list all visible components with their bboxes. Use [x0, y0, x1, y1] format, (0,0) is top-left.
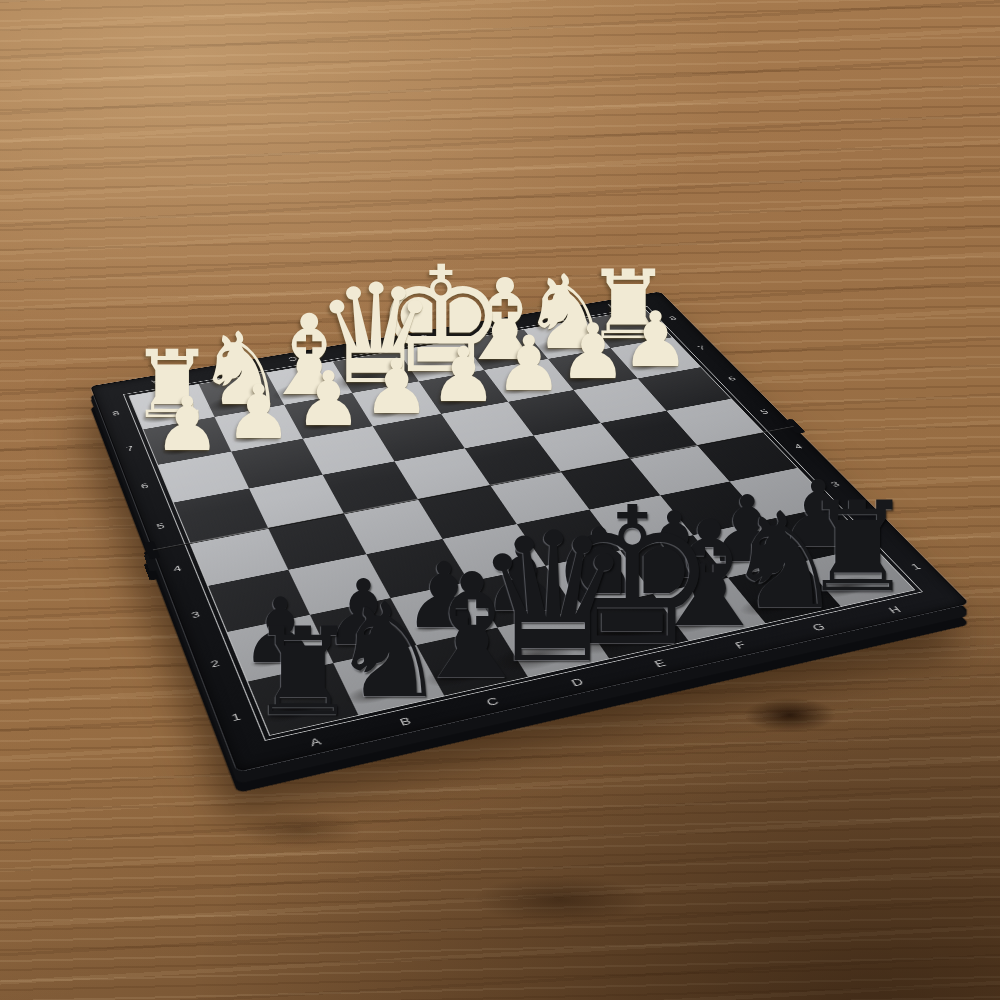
board-shadow: ABCDEFGH ABCDEFGH 87654321 87654321: [0, 0, 1000, 1000]
chess-board: ABCDEFGH ABCDEFGH 87654321 87654321: [90, 292, 969, 772]
squares-grid: [130, 309, 914, 735]
board-frame: ABCDEFGH ABCDEFGH 87654321 87654321: [90, 292, 969, 772]
pinstripe-border-inner: [128, 309, 915, 736]
product-photo-chess-set: ABCDEFGH ABCDEFGH 87654321 87654321 ♜♞♝♛…: [0, 0, 1000, 1000]
